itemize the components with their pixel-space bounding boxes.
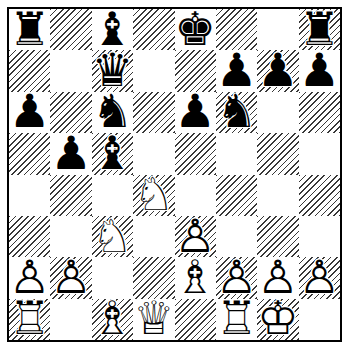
square-c3[interactable]: ♞♘ — [92, 216, 133, 257]
square-f4[interactable] — [216, 175, 257, 216]
piece-glyph: ♟ — [50, 132, 91, 173]
piece-glyph: ♟ — [299, 49, 340, 90]
square-e5[interactable] — [175, 133, 216, 174]
piece-white-queen: ♛♕ — [133, 299, 174, 340]
square-d1[interactable]: ♛♕ — [133, 299, 174, 340]
piece-black-king: ♚♚ — [175, 9, 216, 50]
square-f1[interactable]: ♜♖ — [216, 299, 257, 340]
square-a6[interactable]: ♟♟ — [9, 92, 50, 133]
square-g4[interactable] — [257, 175, 298, 216]
piece-white-king: ♚♔ — [257, 299, 298, 340]
square-d3[interactable] — [133, 216, 174, 257]
square-d6[interactable] — [133, 92, 174, 133]
square-a5[interactable] — [9, 133, 50, 174]
square-a8[interactable]: ♜♜ — [9, 9, 50, 50]
square-b5[interactable]: ♟♟ — [50, 133, 91, 174]
square-b4[interactable] — [50, 175, 91, 216]
square-d8[interactable] — [133, 9, 174, 50]
piece-white-rook: ♜♖ — [9, 299, 50, 340]
piece-white-pawn: ♟♙ — [50, 257, 91, 298]
piece-glyph: ♕ — [133, 298, 174, 339]
square-a4[interactable] — [9, 175, 50, 216]
square-g6[interactable] — [257, 92, 298, 133]
square-h7[interactable]: ♟♟ — [299, 50, 340, 91]
square-g7[interactable]: ♟♟ — [257, 50, 298, 91]
piece-black-pawn: ♟♟ — [299, 50, 340, 91]
square-e8[interactable]: ♚♚ — [175, 9, 216, 50]
square-b1[interactable] — [50, 299, 91, 340]
piece-glyph: ♔ — [257, 298, 298, 339]
piece-glyph: ♟ — [175, 91, 216, 132]
piece-black-bishop: ♝♝ — [92, 133, 133, 174]
square-h6[interactable] — [299, 92, 340, 133]
square-a1[interactable]: ♜♖ — [9, 299, 50, 340]
square-c1[interactable]: ♝♗ — [92, 299, 133, 340]
piece-glyph: ♚ — [175, 8, 216, 49]
piece-glyph: ♗ — [175, 256, 216, 297]
square-b8[interactable] — [50, 9, 91, 50]
piece-black-pawn: ♟♟ — [257, 50, 298, 91]
chess-board: ♜♜♝♝♚♚♜♜♛♛♟♟♟♟♟♟♟♟♞♞♟♟♞♞♟♟♝♝♞♘♞♘♟♙♟♙♟♙♝♗… — [7, 7, 342, 342]
piece-glyph: ♞ — [216, 91, 257, 132]
piece-glyph: ♙ — [299, 256, 340, 297]
square-e1[interactable] — [175, 299, 216, 340]
piece-glyph: ♟ — [257, 49, 298, 90]
piece-white-pawn: ♟♙ — [299, 257, 340, 298]
square-d4[interactable]: ♞♘ — [133, 175, 174, 216]
piece-glyph: ♘ — [92, 215, 133, 256]
piece-black-knight: ♞♞ — [216, 92, 257, 133]
piece-black-pawn: ♟♟ — [175, 92, 216, 133]
piece-white-knight: ♞♘ — [133, 175, 174, 216]
square-b2[interactable]: ♟♙ — [50, 257, 91, 298]
piece-glyph: ♜ — [9, 8, 50, 49]
piece-black-pawn: ♟♟ — [9, 92, 50, 133]
square-e6[interactable]: ♟♟ — [175, 92, 216, 133]
piece-glyph: ♘ — [133, 174, 174, 215]
piece-white-bishop: ♝♗ — [175, 257, 216, 298]
square-d7[interactable] — [133, 50, 174, 91]
chess-diagram-screenshot: ♜♜♝♝♚♚♜♜♛♛♟♟♟♟♟♟♟♟♞♞♟♟♞♞♟♟♝♝♞♘♞♘♟♙♟♙♟♙♝♗… — [0, 0, 350, 350]
square-f5[interactable] — [216, 133, 257, 174]
piece-glyph: ♙ — [50, 256, 91, 297]
square-h1[interactable] — [299, 299, 340, 340]
piece-glyph: ♖ — [216, 298, 257, 339]
square-b7[interactable] — [50, 50, 91, 91]
square-h4[interactable] — [299, 175, 340, 216]
piece-glyph: ♝ — [92, 132, 133, 173]
piece-glyph: ♗ — [92, 298, 133, 339]
piece-black-rook: ♜♜ — [9, 9, 50, 50]
piece-white-bishop: ♝♗ — [92, 299, 133, 340]
piece-glyph: ♖ — [9, 298, 50, 339]
square-c5[interactable]: ♝♝ — [92, 133, 133, 174]
square-h5[interactable] — [299, 133, 340, 174]
square-e2[interactable]: ♝♗ — [175, 257, 216, 298]
piece-black-pawn: ♟♟ — [50, 133, 91, 174]
piece-glyph: ♟ — [9, 91, 50, 132]
square-g5[interactable] — [257, 133, 298, 174]
piece-white-knight: ♞♘ — [92, 216, 133, 257]
piece-white-rook: ♜♖ — [216, 299, 257, 340]
square-g1[interactable]: ♚♔ — [257, 299, 298, 340]
square-f6[interactable]: ♞♞ — [216, 92, 257, 133]
square-h2[interactable]: ♟♙ — [299, 257, 340, 298]
